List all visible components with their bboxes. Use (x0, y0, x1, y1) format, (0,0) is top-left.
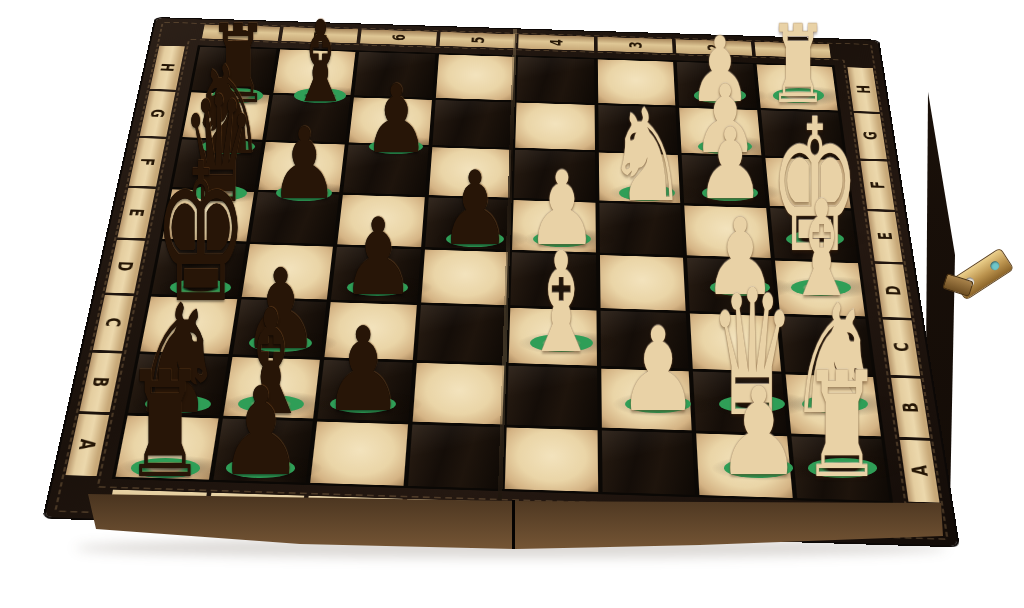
file-label-e-3: E (868, 211, 903, 262)
white-rook-a1[interactable]: ♜ (797, 353, 887, 499)
box-front-seam (512, 500, 515, 549)
square-b5[interactable] (412, 363, 504, 424)
chess-set-photo: HGFEDCBA HGFEDCBA 87654321 87654321 ♜♞♚♛… (0, 0, 1024, 608)
square-g4[interactable] (515, 102, 594, 150)
black-pawn-a7[interactable]: ♟ (213, 372, 308, 494)
brass-clasp (942, 243, 1016, 307)
white-knight-f3[interactable]: ♞ (602, 92, 691, 220)
file-label-b-6: B (80, 353, 122, 412)
square-h5[interactable] (435, 54, 514, 100)
black-pawn-f7[interactable]: ♟ (266, 115, 343, 213)
black-pawn-e5[interactable]: ♟ (436, 158, 516, 260)
white-bishop-c4[interactable]: ♝ (520, 234, 603, 373)
black-pawn-d6[interactable]: ♟ (336, 204, 419, 310)
square-a5[interactable] (407, 424, 502, 489)
black-rook-a8[interactable]: ♜ (120, 353, 210, 499)
white-pawn-b3[interactable]: ♟ (612, 312, 703, 428)
square-h4[interactable] (517, 57, 594, 103)
square-g5[interactable] (432, 100, 513, 148)
file-label-a-7: A (65, 414, 109, 476)
black-pawn-g6[interactable]: ♟ (359, 72, 433, 166)
rank-label-5-3: 5 (439, 32, 515, 48)
square-a3[interactable] (601, 430, 695, 495)
square-a4[interactable] (505, 427, 598, 492)
rank-label-3-5: 3 (597, 37, 673, 53)
rank-label-4-4: 4 (518, 34, 593, 50)
file-label-a-7: A (900, 439, 940, 502)
rank-label-6-2: 6 (360, 29, 436, 45)
white-pawn-a2[interactable]: ♟ (711, 372, 806, 494)
file-label-c-5: C (883, 319, 920, 376)
black-bishop-h7[interactable]: ♝ (286, 7, 353, 119)
file-label-f-2: F (861, 161, 895, 210)
square-c5[interactable] (416, 305, 506, 363)
file-label-b-6: B (891, 378, 930, 438)
black-pawn-b6[interactable]: ♟ (318, 312, 409, 428)
